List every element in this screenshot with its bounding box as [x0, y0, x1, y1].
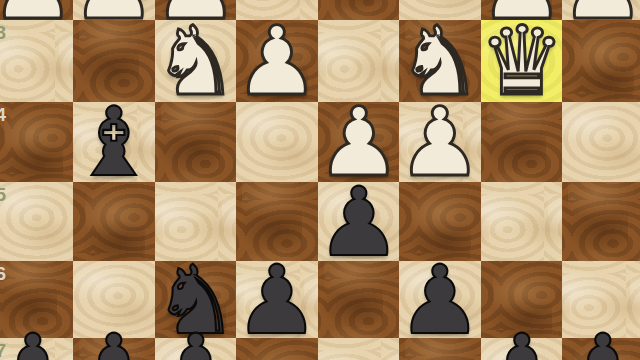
square-a3[interactable] [562, 20, 640, 102]
square-h5[interactable]: 5 [0, 182, 73, 261]
rank-label-4: 4 [0, 104, 6, 126]
rank-label-3: 3 [0, 22, 6, 44]
square-a7[interactable]: ♟ [562, 338, 640, 360]
square-a4[interactable] [562, 102, 640, 182]
square-d7[interactable] [318, 338, 400, 360]
square-f4[interactable] [155, 102, 237, 182]
square-e7[interactable] [236, 338, 318, 360]
chess-board: ♟♟♟♟♟3♞♟♞♛4♝♟♟5♟6♞♟♟7♟♟♟♟♟ [0, 0, 640, 360]
rank-label-5: 5 [0, 184, 6, 206]
square-a5[interactable] [562, 182, 640, 261]
square-g4[interactable]: ♝ [73, 102, 155, 182]
square-f7[interactable]: ♟ [155, 338, 237, 360]
square-b4[interactable] [481, 102, 563, 182]
black-pawn-f7[interactable]: ♟ [141, 315, 249, 360]
rank-label-6: 6 [0, 263, 6, 285]
black-pawn-a7[interactable]: ♟ [549, 315, 640, 360]
black-bishop-g4[interactable]: ♝ [60, 89, 168, 195]
